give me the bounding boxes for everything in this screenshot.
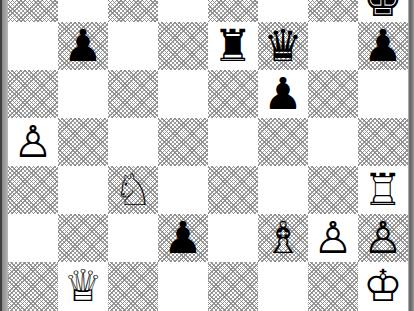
piece-black-pawn-d2: ♟ <box>158 214 208 262</box>
square-h2: ♙ <box>358 214 408 262</box>
square-c4 <box>108 118 158 166</box>
square-a1 <box>8 262 58 311</box>
square-c3: ♘ <box>108 166 158 214</box>
piece-white-rook-h3: ♖ <box>358 166 408 214</box>
square-f4 <box>258 118 308 166</box>
piece-white-pawn-h2: ♙ <box>358 214 408 262</box>
square-e6: ♜ <box>208 22 258 70</box>
square-g4 <box>308 118 358 166</box>
square-a4: ♙ <box>8 118 58 166</box>
piece-black-king-h7: ♚ <box>358 0 408 22</box>
piece-black-rook-e6: ♜ <box>208 22 258 70</box>
square-a3 <box>8 166 58 214</box>
square-h4 <box>358 118 408 166</box>
square-b5 <box>58 70 108 118</box>
piece-white-knight-c3: ♘ <box>108 166 158 214</box>
piece-white-pawn-a4: ♙ <box>8 118 58 166</box>
square-g3 <box>308 166 358 214</box>
chess-diagram: ♚♟♜♛♟♟♙♘♖♟♗♙♙♕♔ <box>0 0 414 311</box>
square-b7 <box>58 0 108 22</box>
square-a5 <box>8 70 58 118</box>
square-a6 <box>8 22 58 70</box>
square-d4 <box>158 118 208 166</box>
square-e3 <box>208 166 258 214</box>
square-b4 <box>58 118 108 166</box>
square-d5 <box>158 70 208 118</box>
square-c7 <box>108 0 158 22</box>
piece-white-pawn-g2: ♙ <box>308 214 358 262</box>
square-h7: ♚ <box>358 0 408 22</box>
square-g2: ♙ <box>308 214 358 262</box>
board-frame-left <box>0 0 8 311</box>
square-g7 <box>308 0 358 22</box>
square-h1: ♔ <box>358 262 408 311</box>
piece-black-queen-f6: ♛ <box>258 22 308 70</box>
square-b1: ♕ <box>58 262 108 311</box>
square-d2: ♟ <box>158 214 208 262</box>
square-a7 <box>8 0 58 22</box>
piece-white-bishop-f2: ♗ <box>258 214 308 262</box>
square-e4 <box>208 118 258 166</box>
square-g1 <box>308 262 358 311</box>
square-f7 <box>258 0 308 22</box>
square-b2 <box>58 214 108 262</box>
square-e1 <box>208 262 258 311</box>
board-frame-right <box>408 0 414 311</box>
square-g5 <box>308 70 358 118</box>
square-f3 <box>258 166 308 214</box>
square-e2 <box>208 214 258 262</box>
square-e7 <box>208 0 258 22</box>
square-d6 <box>158 22 208 70</box>
square-f6: ♛ <box>258 22 308 70</box>
square-d1 <box>158 262 208 311</box>
square-b6: ♟ <box>58 22 108 70</box>
square-h5 <box>358 70 408 118</box>
piece-black-pawn-h6: ♟ <box>358 22 408 70</box>
square-d7 <box>158 0 208 22</box>
square-f2: ♗ <box>258 214 308 262</box>
square-a2 <box>8 214 58 262</box>
square-c1 <box>108 262 158 311</box>
square-f5: ♟ <box>258 70 308 118</box>
square-c6 <box>108 22 158 70</box>
chess-board: ♚♟♜♛♟♟♙♘♖♟♗♙♙♕♔ <box>8 0 408 311</box>
piece-black-pawn-b6: ♟ <box>58 22 108 70</box>
piece-black-pawn-f5: ♟ <box>258 70 308 118</box>
square-g6 <box>308 22 358 70</box>
square-h6: ♟ <box>358 22 408 70</box>
square-h3: ♖ <box>358 166 408 214</box>
square-c5 <box>108 70 158 118</box>
square-d3 <box>158 166 208 214</box>
piece-white-queen-b1: ♕ <box>58 262 108 310</box>
square-c2 <box>108 214 158 262</box>
square-f1 <box>258 262 308 311</box>
square-e5 <box>208 70 258 118</box>
square-b3 <box>58 166 108 214</box>
piece-white-king-h1: ♔ <box>358 262 408 310</box>
